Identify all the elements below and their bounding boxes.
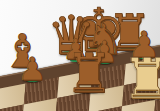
chess-set-photo: ♜♚♛♞♟♟♟♝♟♜♜: [0, 0, 160, 111]
pieces-layer: ♜♚♛♞♟♟♟♝♟♜♜: [0, 0, 160, 111]
piece-light-rook: ♜: [122, 51, 160, 107]
piece-dark-rook: ♜: [65, 47, 113, 101]
piece-dark-pawn: ♟: [18, 53, 47, 85]
